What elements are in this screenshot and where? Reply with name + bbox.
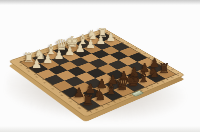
rank-label: 8: [76, 106, 84, 111]
frame-tick: [50, 85, 53, 86]
frame-tick: [124, 96, 127, 97]
square-c6[interactable]: [84, 78, 104, 88]
frame-tick: [76, 104, 79, 105]
square-d8[interactable]: [114, 86, 134, 97]
square-b4[interactable]: [56, 71, 76, 81]
rank-label: 8: [170, 68, 178, 72]
square-e8[interactable]: [124, 81, 144, 91]
frame-tick: [41, 53, 43, 54]
square-d5[interactable]: [87, 68, 107, 78]
file-label: g: [159, 80, 167, 84]
square-b6[interactable]: [73, 82, 93, 93]
frame-tick: [113, 101, 116, 103]
frame-tick: [30, 57, 32, 58]
frame-tick: [52, 49, 54, 50]
frame-tick: [33, 74, 36, 75]
frame-tick: [73, 42, 75, 43]
rank-label: 3: [33, 75, 40, 79]
file-label: c: [116, 98, 124, 102]
rank-label: 7: [67, 100, 75, 105]
frame-tick: [156, 83, 159, 84]
file-label: h: [169, 76, 177, 80]
square-a8[interactable]: [79, 99, 100, 110]
frame-tick: [93, 35, 95, 36]
frame-tick: [103, 32, 105, 33]
file-label: e: [138, 89, 146, 93]
file-label: d: [127, 94, 135, 98]
square-c4[interactable]: [67, 67, 86, 77]
file-label: a: [93, 108, 101, 112]
frame-tick: [67, 98, 70, 99]
file-label: b: [104, 103, 112, 107]
frame-tick: [157, 62, 159, 63]
frame-tick: [101, 106, 104, 108]
square-a4[interactable]: [44, 75, 64, 85]
file-label: f: [149, 85, 157, 89]
square-b8[interactable]: [91, 95, 112, 106]
frame-tick: [58, 92, 61, 93]
square-g8[interactable]: [146, 73, 166, 83]
frame-tick: [86, 111, 89, 112]
rank-label: 4: [41, 81, 49, 85]
rank-label: 2: [25, 70, 32, 74]
square-f8[interactable]: [135, 77, 155, 87]
square-f7[interactable]: [126, 71, 146, 81]
square-d7[interactable]: [104, 80, 124, 90]
square-a5[interactable]: [53, 81, 73, 92]
square-b7[interactable]: [82, 88, 103, 99]
square-a3[interactable]: [36, 69, 56, 79]
frame-tick: [135, 92, 138, 93]
frame-tick: [41, 79, 44, 80]
frame-tick: [166, 79, 169, 80]
frame-tick: [145, 87, 148, 88]
square-a6[interactable]: [61, 87, 81, 98]
square-a7[interactable]: [70, 93, 91, 104]
frame-tick: [176, 73, 179, 74]
square-c8[interactable]: [102, 90, 123, 101]
rank-label: 6: [58, 93, 66, 98]
frame-tick: [83, 38, 85, 39]
square-c7[interactable]: [93, 84, 113, 95]
square-e6[interactable]: [106, 70, 126, 80]
square-d6[interactable]: [95, 74, 115, 84]
square-b5[interactable]: [64, 76, 84, 86]
frame-tick: [89, 111, 92, 113]
square-e7[interactable]: [115, 75, 135, 85]
frame-tick: [176, 74, 179, 75]
background-top-band: [0, 0, 200, 5]
square-c5[interactable]: [76, 72, 96, 82]
rank-label: 5: [50, 87, 58, 91]
chess-set-photo: aa11bb22cc33dd44ee55ff66gg77hh88 ♜♞♝♛♚♝♞…: [0, 0, 200, 132]
frame-tick: [25, 68, 28, 69]
